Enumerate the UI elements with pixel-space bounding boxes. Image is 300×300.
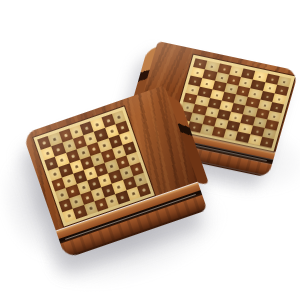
brass-pin-icon bbox=[273, 115, 276, 117]
brass-pin-icon bbox=[64, 134, 68, 138]
brass-pin-icon bbox=[142, 188, 146, 192]
brass-pin-icon bbox=[256, 130, 259, 132]
brass-pin-icon bbox=[60, 193, 64, 197]
brass-pin-icon bbox=[194, 126, 197, 128]
brass-pin-icon bbox=[128, 147, 132, 151]
brass-pin-icon bbox=[213, 102, 216, 104]
brass-pin-icon bbox=[103, 178, 107, 182]
board-square-dark bbox=[137, 183, 151, 197]
brass-pin-icon bbox=[242, 90, 245, 92]
brass-pin-icon bbox=[218, 131, 221, 133]
brass-pin-icon bbox=[78, 140, 82, 144]
brass-pin-icon bbox=[82, 186, 86, 190]
brass-pin-icon bbox=[81, 151, 85, 155]
brass-pin-icon bbox=[50, 162, 54, 166]
brass-pin-icon bbox=[89, 172, 93, 176]
brass-pin-icon bbox=[266, 95, 269, 97]
brass-pin-icon bbox=[246, 119, 249, 121]
brass-pin-icon bbox=[71, 189, 75, 193]
brass-pin-icon bbox=[204, 91, 207, 93]
brass-pin-icon bbox=[99, 203, 103, 207]
brass-pin-icon bbox=[251, 101, 254, 103]
brass-pin-icon bbox=[199, 109, 202, 111]
brass-pin-icon bbox=[223, 114, 226, 116]
brass-pin-icon bbox=[261, 113, 264, 115]
brass-pin-icon bbox=[230, 88, 233, 90]
brass-pin-icon bbox=[121, 161, 125, 165]
brass-pin-icon bbox=[275, 107, 278, 109]
brass-pin-icon bbox=[263, 104, 266, 106]
brass-pin-icon bbox=[209, 74, 212, 76]
brass-pin-icon bbox=[278, 98, 281, 100]
brass-pin-icon bbox=[211, 65, 214, 67]
brass-pin-icon bbox=[128, 181, 132, 185]
brass-pin-icon bbox=[259, 75, 262, 77]
brass-pin-icon bbox=[117, 115, 121, 119]
brass-pin-icon bbox=[96, 158, 100, 162]
brass-pin-icon bbox=[92, 147, 96, 151]
brass-pin-icon bbox=[75, 200, 79, 204]
board-square-dark bbox=[260, 137, 274, 148]
brass-pin-icon bbox=[230, 134, 233, 136]
brass-pin-icon bbox=[131, 192, 135, 196]
brass-pin-icon bbox=[99, 168, 103, 172]
brass-pin-icon bbox=[237, 108, 240, 110]
brass-pin-icon bbox=[106, 189, 110, 193]
brass-pin-icon bbox=[244, 127, 247, 129]
brass-pin-icon bbox=[96, 123, 100, 127]
brass-pin-icon bbox=[258, 121, 261, 123]
brass-pin-icon bbox=[206, 128, 209, 130]
brass-pin-icon bbox=[124, 136, 128, 140]
brass-pin-icon bbox=[78, 175, 82, 179]
brass-pin-icon bbox=[268, 133, 271, 135]
brass-pin-icon bbox=[89, 207, 93, 211]
brass-pin-icon bbox=[270, 124, 273, 126]
brass-pin-icon bbox=[247, 73, 250, 75]
brass-pin-icon bbox=[199, 63, 202, 65]
brass-pin-icon bbox=[110, 199, 114, 203]
brass-pin-icon bbox=[131, 157, 135, 161]
brass-pin-icon bbox=[85, 196, 89, 200]
brass-pin-icon bbox=[192, 89, 195, 91]
brass-pin-icon bbox=[67, 179, 71, 183]
brass-pin-icon bbox=[57, 183, 61, 187]
brass-pin-icon bbox=[225, 105, 228, 107]
brass-pin-icon bbox=[85, 126, 89, 130]
brass-pin-icon bbox=[232, 125, 235, 127]
brass-pin-icon bbox=[78, 210, 82, 214]
brass-pin-icon bbox=[254, 139, 257, 141]
brass-pin-icon bbox=[53, 172, 57, 176]
brass-pin-icon bbox=[99, 133, 103, 137]
brass-pin-icon bbox=[92, 182, 96, 186]
brass-pin-icon bbox=[42, 141, 46, 145]
brass-pin-icon bbox=[120, 126, 124, 130]
brass-pin-icon bbox=[74, 130, 78, 134]
brass-pin-icon bbox=[135, 167, 139, 171]
brass-pin-icon bbox=[113, 140, 117, 144]
brass-pin-icon bbox=[60, 158, 64, 162]
brass-pin-icon bbox=[189, 97, 192, 99]
brass-pin-icon bbox=[187, 106, 190, 108]
brass-pin-icon bbox=[216, 94, 219, 96]
brass-pin-icon bbox=[244, 82, 247, 84]
brass-pin-icon bbox=[74, 165, 78, 169]
brass-pin-icon bbox=[254, 93, 257, 95]
brass-pin-icon bbox=[96, 192, 100, 196]
brass-pin-icon bbox=[268, 87, 271, 89]
brass-pin-icon bbox=[220, 76, 223, 78]
brass-pin-icon bbox=[232, 79, 235, 81]
brass-pin-icon bbox=[196, 117, 199, 119]
brass-pin-icon bbox=[67, 144, 71, 148]
brass-pin-icon bbox=[235, 116, 238, 118]
brass-pin-icon bbox=[265, 141, 268, 143]
brass-pin-icon bbox=[138, 178, 142, 182]
brass-pin-icon bbox=[64, 169, 68, 173]
brass-pin-icon bbox=[280, 89, 283, 91]
brass-pin-icon bbox=[64, 203, 68, 207]
brass-pin-icon bbox=[46, 151, 50, 155]
brass-pin-icon bbox=[110, 129, 114, 133]
brass-pin-icon bbox=[239, 99, 242, 101]
brass-pin-icon bbox=[197, 71, 200, 73]
brass-pin-icon bbox=[208, 120, 211, 122]
brass-pin-icon bbox=[85, 161, 89, 165]
brass-pin-icon bbox=[211, 111, 214, 113]
brass-pin-icon bbox=[121, 196, 125, 200]
brass-pin-icon bbox=[53, 137, 57, 141]
brass-pin-icon bbox=[218, 85, 221, 87]
brass-pin-icon bbox=[106, 154, 110, 158]
brass-pin-icon bbox=[249, 110, 252, 112]
brass-pin-icon bbox=[194, 80, 197, 82]
brass-pin-icon bbox=[106, 119, 110, 123]
brass-pin-icon bbox=[57, 148, 61, 152]
brass-pin-icon bbox=[271, 78, 274, 80]
brass-pin-icon bbox=[113, 175, 117, 179]
brass-pin-icon bbox=[124, 171, 128, 175]
brass-pin-icon bbox=[206, 83, 209, 85]
brass-pin-icon bbox=[235, 70, 238, 72]
brass-pin-icon bbox=[71, 155, 75, 159]
brass-pin-icon bbox=[220, 122, 223, 124]
brass-pin-icon bbox=[283, 81, 286, 83]
brass-pin-icon bbox=[117, 150, 121, 154]
brass-pin-icon bbox=[89, 137, 93, 141]
brass-pin-icon bbox=[67, 214, 71, 218]
brass-pin-icon bbox=[228, 96, 231, 98]
brass-pin-icon bbox=[117, 185, 121, 189]
brass-pin-icon bbox=[223, 68, 226, 70]
product-photo bbox=[0, 0, 300, 300]
brass-pin-icon bbox=[103, 144, 107, 148]
brass-pin-icon bbox=[242, 136, 245, 138]
chessboard bbox=[176, 58, 292, 148]
brass-pin-icon bbox=[256, 84, 259, 86]
brass-pin-icon bbox=[201, 100, 204, 102]
chess-box-front bbox=[23, 85, 208, 259]
brass-pin-icon bbox=[110, 164, 114, 168]
